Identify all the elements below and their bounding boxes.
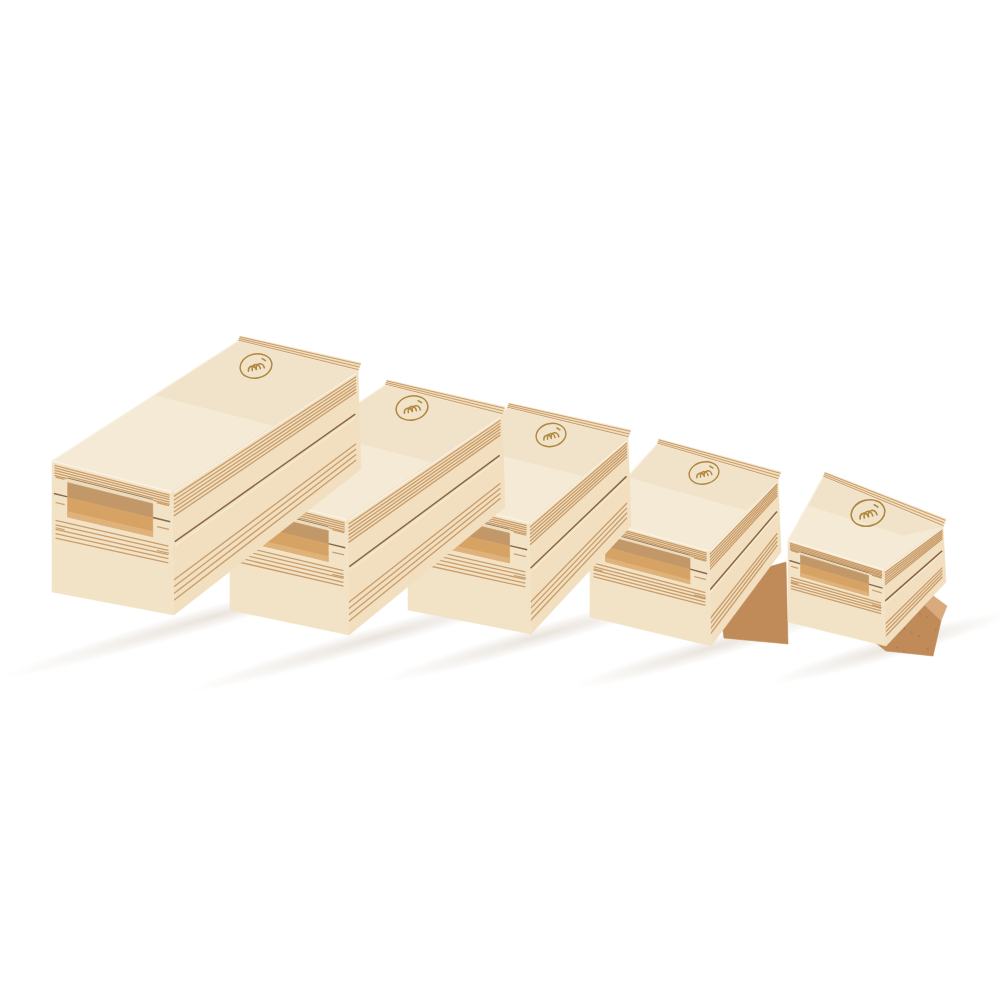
product-photo <box>0 0 1000 1000</box>
scene-canvas <box>0 0 1000 1000</box>
